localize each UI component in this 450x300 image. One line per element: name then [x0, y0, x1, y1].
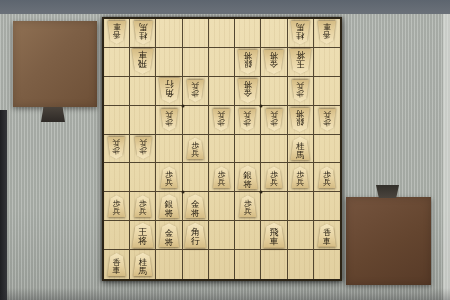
photo-scene: 香車桂馬桂馬香車飛車銀将金将玉将角行歩兵金将歩兵歩兵歩兵歩兵歩兵銀将歩兵歩兵歩兵…: [0, 0, 450, 300]
shogi-piece[interactable]: 王将: [131, 223, 154, 248]
star-point: [181, 191, 184, 194]
board-cell[interactable]: 歩兵: [261, 163, 287, 192]
board-cell[interactable]: [183, 48, 209, 77]
board-cell[interactable]: 歩兵: [314, 163, 340, 192]
board-cell[interactable]: 歩兵: [183, 77, 209, 106]
board-cell[interactable]: 香車: [314, 221, 340, 250]
board-cell[interactable]: [235, 250, 261, 279]
board-cell[interactable]: 歩兵: [130, 135, 156, 164]
board-cell[interactable]: [130, 163, 156, 192]
piece-kanji: 兵: [244, 110, 252, 118]
board-cell[interactable]: [209, 221, 235, 250]
shogi-piece[interactable]: 玉将: [289, 49, 312, 74]
piece-kanji: 兵: [113, 138, 121, 146]
piece-face: 金将: [158, 223, 180, 247]
board-cell[interactable]: 飛車: [261, 221, 287, 250]
background-bottom-shade: [0, 288, 450, 300]
board-cell[interactable]: 歩兵: [156, 163, 182, 192]
piece-kanji: 兵: [323, 179, 331, 187]
board-cell[interactable]: [209, 77, 235, 106]
board-cell[interactable]: [288, 221, 314, 250]
piece-kanji: 銀: [243, 59, 252, 68]
piece-kanji: 香: [323, 31, 331, 39]
board-cell[interactable]: [314, 77, 340, 106]
piece-face: 桂馬: [290, 21, 311, 45]
piece-face: 歩兵: [107, 137, 126, 159]
piece-kanji: 桂: [139, 31, 148, 40]
board-cell[interactable]: 角行: [156, 77, 182, 106]
board-cell[interactable]: 飛車: [130, 48, 156, 77]
shogi-piece[interactable]: 歩兵: [212, 109, 231, 131]
piece-kanji: 将: [296, 109, 305, 118]
board-cell[interactable]: [183, 19, 209, 48]
shogi-piece[interactable]: 桂馬: [290, 137, 311, 161]
shogi-piece[interactable]: 歩兵: [238, 195, 257, 217]
board-cell[interactable]: [261, 135, 287, 164]
piece-kanji: 歩: [296, 89, 304, 97]
board-cell[interactable]: [104, 221, 130, 250]
piece-face: 桂馬: [133, 253, 154, 277]
komadai-sente-piece-stand[interactable]: [346, 197, 431, 285]
board-cell[interactable]: [288, 192, 314, 221]
board-cell[interactable]: [156, 19, 182, 48]
piece-kanji: 行: [165, 79, 174, 88]
piece-face: 金将: [263, 50, 285, 74]
board-cell[interactable]: [235, 221, 261, 250]
board-cell[interactable]: 歩兵: [104, 135, 130, 164]
piece-face: 歩兵: [107, 195, 126, 217]
piece-face: 香車: [317, 224, 337, 247]
board-cell[interactable]: [209, 19, 235, 48]
piece-kanji: 金: [270, 59, 279, 68]
shogi-piece[interactable]: 香車: [317, 224, 337, 247]
shogi-piece[interactable]: 歩兵: [134, 195, 153, 217]
komadai-gote-piece-stand[interactable]: [13, 21, 97, 107]
board-cell[interactable]: [183, 250, 209, 279]
shogi-piece[interactable]: 銀将: [237, 50, 259, 74]
board-cell[interactable]: [156, 135, 182, 164]
board-cell[interactable]: 金将: [183, 192, 209, 221]
background-right-edge: [443, 14, 450, 300]
shogi-piece[interactable]: 歩兵: [318, 109, 337, 131]
piece-kanji: 車: [113, 267, 121, 275]
shogi-piece[interactable]: 歩兵: [160, 166, 179, 188]
piece-kanji: 将: [243, 80, 252, 89]
piece-face: 歩兵: [318, 166, 337, 188]
shogi-piece[interactable]: 金将: [158, 223, 180, 247]
shogi-piece[interactable]: 角行: [184, 223, 207, 248]
shogi-board[interactable]: 香車桂馬桂馬香車飛車銀将金将玉将角行歩兵金将歩兵歩兵歩兵歩兵歩兵銀将歩兵歩兵歩兵…: [102, 17, 342, 281]
shogi-piece[interactable]: 歩兵: [134, 137, 153, 159]
piece-face: 歩兵: [318, 109, 337, 131]
piece-kanji: 車: [269, 237, 278, 246]
board-cell[interactable]: 歩兵: [183, 135, 209, 164]
board-cell[interactable]: 歩兵: [288, 163, 314, 192]
piece-kanji: 馬: [139, 22, 148, 31]
piece-kanji: 兵: [139, 138, 147, 146]
piece-kanji: 将: [243, 180, 252, 189]
board-cell[interactable]: [104, 163, 130, 192]
board-cell[interactable]: [209, 48, 235, 77]
piece-kanji: 兵: [323, 110, 331, 118]
shogi-piece[interactable]: 歩兵: [238, 109, 257, 131]
shogi-piece[interactable]: 歩兵: [291, 80, 310, 102]
piece-kanji: 兵: [165, 110, 173, 118]
piece-kanji: 馬: [296, 22, 305, 31]
piece-face: 歩兵: [134, 195, 153, 217]
board-cell[interactable]: 桂馬: [288, 19, 314, 48]
board-cell[interactable]: [288, 250, 314, 279]
piece-kanji: 車: [138, 50, 147, 59]
board-cell[interactable]: [235, 135, 261, 164]
board-cell[interactable]: 銀将: [235, 163, 261, 192]
shogi-piece[interactable]: 飛車: [131, 49, 154, 74]
piece-kanji: 将: [296, 50, 305, 59]
shogi-piece[interactable]: 金将: [263, 50, 285, 74]
shogi-piece[interactable]: 桂馬: [133, 21, 154, 45]
star-point: [260, 104, 263, 107]
piece-face: 歩兵: [238, 109, 257, 131]
piece-kanji: 馬: [296, 151, 305, 160]
board-cell[interactable]: 香車: [104, 19, 130, 48]
board-cell[interactable]: 歩兵: [156, 106, 182, 135]
piece-kanji: 将: [270, 51, 279, 60]
board-cell[interactable]: [130, 77, 156, 106]
piece-face: 角行: [184, 223, 207, 248]
piece-face: 歩兵: [265, 109, 284, 131]
star-point: [181, 104, 184, 107]
board-cell[interactable]: [314, 135, 340, 164]
board-cell[interactable]: [314, 250, 340, 279]
board-grid: 香車桂馬桂馬香車飛車銀将金将玉将角行歩兵金将歩兵歩兵歩兵歩兵歩兵銀将歩兵歩兵歩兵…: [104, 19, 340, 279]
piece-kanji: 兵: [296, 179, 304, 187]
piece-kanji: 兵: [191, 150, 199, 158]
piece-kanji: 将: [191, 209, 200, 218]
shogi-piece[interactable]: 銀将: [158, 194, 180, 218]
shogi-piece[interactable]: 銀将: [289, 108, 311, 132]
piece-face: 歩兵: [160, 166, 179, 188]
board-cell[interactable]: [183, 106, 209, 135]
board-cell[interactable]: [130, 106, 156, 135]
piece-face: 歩兵: [186, 137, 205, 159]
shogi-piece[interactable]: 金将: [237, 79, 259, 103]
piece-kanji: 兵: [217, 110, 225, 118]
piece-kanji: 兵: [244, 208, 252, 216]
board-cell[interactable]: [104, 48, 130, 77]
piece-kanji: 兵: [270, 179, 278, 187]
board-cell[interactable]: 王将: [130, 221, 156, 250]
board-cell[interactable]: 歩兵: [235, 192, 261, 221]
board-cell[interactable]: [104, 77, 130, 106]
piece-face: 玉将: [289, 49, 312, 74]
shogi-piece[interactable]: 飛車: [262, 223, 285, 248]
board-cell[interactable]: [261, 77, 287, 106]
board-cell[interactable]: 歩兵: [314, 106, 340, 135]
shogi-piece[interactable]: 歩兵: [107, 195, 126, 217]
piece-kanji: 兵: [270, 110, 278, 118]
shogi-piece[interactable]: 歩兵: [265, 166, 284, 188]
piece-kanji: 車: [113, 22, 121, 30]
shogi-piece[interactable]: 金将: [185, 194, 207, 218]
piece-face: 銀将: [289, 108, 311, 132]
shogi-piece[interactable]: 歩兵: [291, 166, 310, 188]
piece-kanji: 金: [243, 88, 252, 97]
piece-face: 歩兵: [291, 166, 310, 188]
shogi-piece[interactable]: 香車: [317, 21, 337, 44]
board-cell[interactable]: [261, 250, 287, 279]
board-cell[interactable]: 銀将: [235, 48, 261, 77]
board-cell[interactable]: 桂馬: [288, 135, 314, 164]
shogi-piece[interactable]: 歩兵: [318, 166, 337, 188]
shogi-piece[interactable]: 歩兵: [212, 166, 231, 188]
board-cell[interactable]: 歩兵: [261, 106, 287, 135]
board-cell[interactable]: 歩兵: [288, 77, 314, 106]
piece-face: 歩兵: [160, 109, 179, 131]
piece-kanji: 兵: [217, 179, 225, 187]
piece-kanji: 兵: [191, 81, 199, 89]
board-cell[interactable]: [183, 163, 209, 192]
piece-face: 歩兵: [186, 80, 205, 102]
background-top-band: [0, 0, 450, 14]
piece-face: 歩兵: [238, 195, 257, 217]
piece-face: 歩兵: [265, 166, 284, 188]
shogi-piece[interactable]: 歩兵: [265, 109, 284, 131]
piece-face: 銀将: [237, 165, 259, 189]
shogi-piece[interactable]: 角行: [158, 78, 181, 103]
board-cell[interactable]: 歩兵: [104, 192, 130, 221]
piece-face: 香車: [107, 253, 127, 276]
shogi-piece[interactable]: 桂馬: [290, 21, 311, 45]
board-cell[interactable]: [156, 48, 182, 77]
board-cell[interactable]: 金将: [235, 77, 261, 106]
board-cell[interactable]: [314, 192, 340, 221]
board-cell[interactable]: [209, 192, 235, 221]
board-cell[interactable]: 金将: [156, 221, 182, 250]
shogi-piece[interactable]: 歩兵: [186, 137, 205, 159]
board-cell[interactable]: 歩兵: [235, 106, 261, 135]
piece-kanji: 兵: [296, 81, 304, 89]
piece-kanji: 桂: [296, 31, 305, 40]
piece-kanji: 歩: [191, 89, 199, 97]
komadai-sente-leg: [376, 185, 399, 198]
board-cell[interactable]: 桂馬: [130, 250, 156, 279]
board-cell[interactable]: [261, 19, 287, 48]
board-cell[interactable]: 角行: [183, 221, 209, 250]
shogi-piece[interactable]: 桂馬: [133, 253, 154, 277]
piece-face: 香車: [107, 21, 127, 44]
board-cell[interactable]: [104, 106, 130, 135]
shogi-piece[interactable]: 歩兵: [160, 109, 179, 131]
shogi-piece[interactable]: 歩兵: [107, 137, 126, 159]
piece-kanji: 玉: [296, 59, 305, 68]
board-cell[interactable]: 金将: [261, 48, 287, 77]
shogi-piece[interactable]: 香車: [107, 21, 127, 44]
piece-kanji: 兵: [139, 208, 147, 216]
piece-face: 銀将: [237, 50, 259, 74]
piece-kanji: 将: [165, 238, 174, 247]
piece-face: 王将: [131, 223, 154, 248]
piece-face: 金将: [185, 194, 207, 218]
piece-kanji: 将: [138, 237, 147, 246]
board-cell[interactable]: [235, 19, 261, 48]
board-cell[interactable]: [156, 250, 182, 279]
background-left-edge: [0, 110, 7, 300]
piece-face: 角行: [158, 78, 181, 103]
piece-face: 歩兵: [134, 137, 153, 159]
board-cell[interactable]: 香車: [314, 19, 340, 48]
board-cell[interactable]: 歩兵: [209, 106, 235, 135]
board-cell[interactable]: 銀将: [288, 106, 314, 135]
piece-kanji: 将: [165, 209, 174, 218]
piece-face: 桂馬: [290, 137, 311, 161]
piece-kanji: 飛: [138, 59, 147, 68]
piece-kanji: 香: [113, 31, 121, 39]
board-cell[interactable]: 銀将: [156, 192, 182, 221]
piece-kanji: 兵: [113, 208, 121, 216]
piece-kanji: 行: [191, 237, 200, 246]
board-cell[interactable]: 歩兵: [209, 163, 235, 192]
board-cell[interactable]: [209, 250, 235, 279]
board-cell[interactable]: 香車: [104, 250, 130, 279]
piece-face: 歩兵: [291, 80, 310, 102]
star-point: [260, 191, 263, 194]
shogi-piece[interactable]: 香車: [107, 253, 127, 276]
shogi-piece[interactable]: 歩兵: [186, 80, 205, 102]
piece-kanji: 角: [165, 88, 174, 97]
piece-face: 桂馬: [133, 21, 154, 45]
piece-face: 銀将: [158, 194, 180, 218]
piece-kanji: 歩: [113, 147, 121, 155]
board-cell[interactable]: [209, 135, 235, 164]
piece-face: 歩兵: [212, 109, 231, 131]
board-cell[interactable]: [261, 192, 287, 221]
board-cell[interactable]: [314, 48, 340, 77]
board-cell[interactable]: 玉将: [288, 48, 314, 77]
shogi-piece[interactable]: 銀将: [237, 165, 259, 189]
piece-face: 香車: [317, 21, 337, 44]
piece-kanji: 車: [323, 238, 331, 246]
board-cell[interactable]: 桂馬: [130, 19, 156, 48]
piece-kanji: 馬: [139, 267, 148, 276]
piece-kanji: 将: [243, 51, 252, 60]
board-cell[interactable]: 歩兵: [130, 192, 156, 221]
piece-kanji: 兵: [165, 179, 173, 187]
piece-face: 飛車: [131, 49, 154, 74]
piece-face: 歩兵: [212, 166, 231, 188]
piece-face: 金将: [237, 79, 259, 103]
piece-face: 飛車: [262, 223, 285, 248]
piece-kanji: 歩: [139, 147, 147, 155]
komadai-gote-leg: [41, 107, 65, 122]
piece-kanji: 車: [323, 22, 331, 30]
